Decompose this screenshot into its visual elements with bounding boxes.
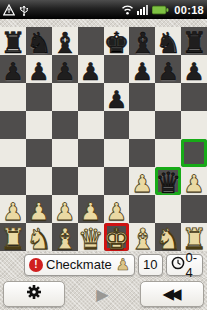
square-g2[interactable]	[155, 195, 181, 223]
signal-strength-icon	[137, 4, 149, 15]
square-g5[interactable]	[155, 111, 181, 139]
board-background: ♜♞♝♚♝♞♜♟♟♟♟♟♟♟♟♟♛♟♟♟♟♟♟♜♞♝♛♚♝♞♜	[0, 19, 207, 251]
square-e6[interactable]: ♟	[104, 83, 130, 111]
square-f4[interactable]	[129, 139, 155, 167]
square-g3[interactable]: ♛	[155, 167, 181, 195]
square-g4[interactable]	[155, 139, 181, 167]
square-a5[interactable]	[0, 111, 26, 139]
status-bar-clock: 00:18	[172, 4, 204, 16]
square-g8[interactable]: ♞	[155, 27, 181, 55]
piece-black-pawn: ♟	[181, 59, 207, 85]
piece-white-bishop: ♝	[52, 224, 78, 254]
game-status-bar: ! Checkmate ♟ 10 0-4	[0, 251, 207, 278]
square-c8[interactable]: ♝	[52, 27, 78, 55]
square-b4[interactable]	[26, 139, 52, 167]
square-a7[interactable]: ♟	[0, 55, 26, 83]
square-g6[interactable]	[155, 83, 181, 111]
square-a1[interactable]: ♜	[0, 223, 26, 251]
piece-black-bishop: ♝	[129, 28, 155, 58]
clock-icon	[171, 256, 186, 274]
piece-white-knight: ♞	[26, 224, 52, 254]
fast-rewind-icon: ◀◀	[162, 285, 181, 303]
piece-white-pawn: ♟	[78, 199, 104, 225]
square-d4[interactable]	[78, 139, 104, 167]
piece-black-bishop: ♝	[52, 28, 78, 58]
piece-black-rook: ♜	[181, 28, 207, 58]
square-d1[interactable]: ♛	[78, 223, 104, 251]
square-f8[interactable]: ♝	[129, 27, 155, 55]
square-c2[interactable]: ♟	[52, 195, 78, 223]
square-h2[interactable]	[181, 195, 207, 223]
square-h3[interactable]: ♟	[181, 167, 207, 195]
piece-white-pawn: ♟	[0, 199, 26, 225]
piece-white-pawn: ♟	[52, 199, 78, 225]
square-b5[interactable]	[26, 111, 52, 139]
piece-white-rook: ♜	[181, 224, 207, 254]
settings-button[interactable]	[3, 281, 65, 307]
square-c4[interactable]	[52, 139, 78, 167]
square-d7[interactable]: ♟	[78, 55, 104, 83]
play-button[interactable]: ▶	[68, 285, 137, 304]
square-h4[interactable]	[181, 139, 207, 167]
square-a2[interactable]: ♟	[0, 195, 26, 223]
piece-black-pawn: ♟	[26, 59, 52, 85]
square-e4[interactable]	[104, 139, 130, 167]
square-d2[interactable]: ♟	[78, 195, 104, 223]
square-c5[interactable]	[52, 111, 78, 139]
piece-black-knight: ♞	[26, 28, 52, 58]
piece-black-rook: ♜	[0, 28, 26, 58]
square-f1[interactable]: ♝	[129, 223, 155, 251]
gear-icon	[26, 284, 42, 304]
square-d5[interactable]	[78, 111, 104, 139]
warning-triangle-icon	[3, 4, 15, 16]
piece-black-pawn: ♟	[0, 59, 26, 85]
chess-board: ♜♞♝♚♝♞♜♟♟♟♟♟♟♟♟♟♛♟♟♟♟♟♟♜♞♝♛♚♝♞♜	[0, 27, 207, 251]
piece-black-pawn: ♟	[78, 59, 104, 85]
square-b3[interactable]	[26, 167, 52, 195]
rewind-button[interactable]: ◀◀	[140, 281, 204, 307]
wifi-icon	[121, 4, 134, 15]
square-f7[interactable]: ♟	[129, 55, 155, 83]
piece-white-queen: ♛	[78, 224, 104, 254]
count-label: 10	[143, 257, 157, 272]
square-a6[interactable]	[0, 83, 26, 111]
piece-black-queen: ♛	[155, 168, 181, 198]
square-f5[interactable]	[129, 111, 155, 139]
square-f2[interactable]	[129, 195, 155, 223]
square-c7[interactable]: ♟	[52, 55, 78, 83]
square-c1[interactable]: ♝	[52, 223, 78, 251]
square-e2[interactable]: ♟	[104, 195, 130, 223]
clock-chip: 0-4	[166, 254, 203, 276]
captured-pawn-icon: ♟	[116, 257, 130, 273]
square-e8[interactable]: ♚	[104, 27, 130, 55]
piece-white-knight: ♞	[155, 224, 181, 254]
square-e3[interactable]	[104, 167, 130, 195]
square-c6[interactable]	[52, 83, 78, 111]
square-h1[interactable]: ♜	[181, 223, 207, 251]
piece-black-pawn: ♟	[129, 59, 155, 85]
square-g1[interactable]: ♞	[155, 223, 181, 251]
square-h8[interactable]: ♜	[181, 27, 207, 55]
square-a8[interactable]: ♜	[0, 27, 26, 55]
square-d6[interactable]	[78, 83, 104, 111]
play-icon: ▶	[96, 285, 108, 304]
battery-icon	[152, 5, 169, 15]
alert-icon: !	[29, 258, 43, 272]
piece-black-pawn: ♟	[155, 59, 181, 85]
usb-icon	[19, 4, 29, 16]
status-chip: ! Checkmate ♟	[24, 254, 135, 276]
square-a4[interactable]	[0, 139, 26, 167]
clock-label: 0-4	[186, 250, 198, 280]
piece-white-bishop: ♝	[129, 224, 155, 254]
piece-black-king: ♚	[104, 28, 130, 58]
square-b7[interactable]: ♟	[26, 55, 52, 83]
piece-white-pawn: ♟	[181, 171, 207, 197]
status-label: Checkmate	[46, 257, 112, 272]
android-status-bar: 00:18	[0, 0, 207, 19]
piece-white-pawn: ♟	[104, 199, 130, 225]
square-f6[interactable]	[129, 83, 155, 111]
square-h6[interactable]	[181, 83, 207, 111]
piece-black-pawn: ♟	[52, 59, 78, 85]
piece-white-pawn: ♟	[26, 199, 52, 225]
piece-white-king: ♚	[104, 224, 130, 254]
square-b8[interactable]: ♞	[26, 27, 52, 55]
square-b2[interactable]: ♟	[26, 195, 52, 223]
square-b1[interactable]: ♞	[26, 223, 52, 251]
square-e1[interactable]: ♚	[104, 223, 130, 251]
bottom-toolbar: ▶ ◀◀	[0, 278, 207, 310]
piece-white-pawn: ♟	[129, 171, 155, 197]
square-e7[interactable]	[104, 55, 130, 83]
piece-black-pawn: ♟	[104, 87, 130, 113]
square-d3[interactable]	[78, 167, 104, 195]
square-b6[interactable]	[26, 83, 52, 111]
piece-black-knight: ♞	[155, 28, 181, 58]
square-d8[interactable]	[78, 27, 104, 55]
piece-white-rook: ♜	[0, 224, 26, 254]
square-g7[interactable]: ♟	[155, 55, 181, 83]
square-h7[interactable]: ♟	[181, 55, 207, 83]
square-h5[interactable]	[181, 111, 207, 139]
square-e5[interactable]	[104, 111, 130, 139]
square-c3[interactable]	[52, 167, 78, 195]
count-chip: 10	[138, 254, 162, 276]
square-f3[interactable]: ♟	[129, 167, 155, 195]
square-a3[interactable]	[0, 167, 26, 195]
